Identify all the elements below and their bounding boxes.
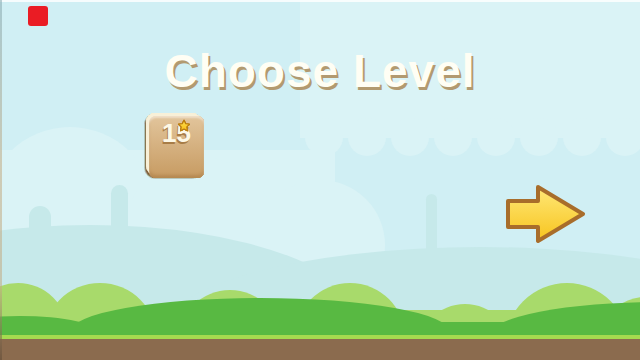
star-icon (177, 119, 191, 133)
cloud-scallop (606, 118, 640, 156)
cloud-scallop (520, 118, 558, 156)
cloud-scallop (348, 118, 386, 156)
level-tile-face: 15 (149, 116, 204, 178)
cloud-scallop (434, 118, 472, 156)
next-page-arrow-button[interactable] (504, 183, 586, 245)
silo-silhouette (29, 206, 51, 291)
silo-silhouette (426, 194, 437, 289)
screen-edge-left (0, 0, 2, 360)
cloud-scallop (477, 118, 515, 156)
cloud-scallop (563, 118, 601, 156)
recording-indicator (28, 6, 48, 26)
cloud-scallop (391, 118, 429, 156)
silo-silhouette (111, 185, 128, 290)
game-screen: Choose Level 123456789101112131415 (0, 0, 640, 360)
screen-edge-top (0, 0, 640, 2)
ground (0, 339, 640, 360)
page-title: Choose Level (0, 44, 640, 98)
level-tile-15[interactable]: 15 (146, 113, 201, 175)
